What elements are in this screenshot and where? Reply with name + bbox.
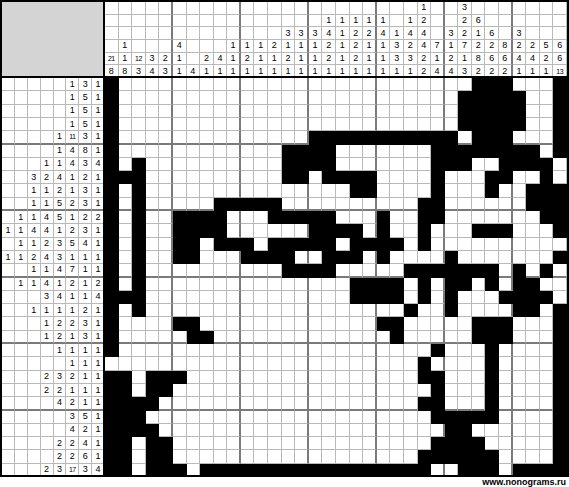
grid-cell[interactable] xyxy=(513,304,527,317)
grid-cell[interactable] xyxy=(119,158,133,171)
grid-cell[interactable] xyxy=(336,238,350,251)
grid-cell[interactable] xyxy=(322,278,336,291)
grid-cell[interactable] xyxy=(132,91,146,104)
col-clue-cell[interactable] xyxy=(159,2,173,15)
col-clue-cell[interactable]: 3 xyxy=(309,27,323,40)
row-clue-cell[interactable]: 5 xyxy=(79,118,92,131)
row-clue-cell[interactable]: 2 xyxy=(66,198,79,211)
grid-cell[interactable] xyxy=(119,437,133,450)
grid-cell[interactable] xyxy=(458,304,472,317)
grid-cell[interactable] xyxy=(499,118,513,131)
row-clue-cell[interactable] xyxy=(28,105,41,118)
row-clue-cell[interactable] xyxy=(2,118,15,131)
grid-cell[interactable] xyxy=(159,371,173,384)
row-clue-cell[interactable] xyxy=(28,291,41,304)
grid-cell[interactable] xyxy=(132,224,146,237)
row-clue-cell[interactable]: 1 xyxy=(28,211,41,224)
col-clue-cell[interactable] xyxy=(187,53,201,66)
grid-cell[interactable] xyxy=(458,384,472,397)
col-clue-cell[interactable] xyxy=(227,15,241,28)
grid-cell[interactable] xyxy=(241,331,255,344)
grid-cell[interactable] xyxy=(241,105,255,118)
grid-cell[interactable] xyxy=(513,371,527,384)
grid-cell[interactable] xyxy=(458,264,472,277)
grid-cell[interactable] xyxy=(227,371,241,384)
grid-cell[interactable] xyxy=(540,198,554,211)
col-clue-cell[interactable] xyxy=(363,2,377,15)
grid-cell[interactable] xyxy=(472,384,486,397)
grid-cell[interactable] xyxy=(254,450,268,463)
grid-cell[interactable] xyxy=(472,131,486,144)
grid-cell[interactable] xyxy=(445,291,459,304)
grid-cell[interactable] xyxy=(254,131,268,144)
grid-cell[interactable] xyxy=(254,397,268,410)
col-clue-cell[interactable]: 3 xyxy=(295,27,309,40)
row-clue-cell[interactable] xyxy=(2,158,15,171)
grid-cell[interactable] xyxy=(485,411,499,424)
grid-cell[interactable] xyxy=(472,238,486,251)
grid-cell[interactable] xyxy=(418,384,432,397)
row-clue-cell[interactable]: 3 xyxy=(66,411,79,424)
col-clue-cell[interactable]: 1 xyxy=(282,40,296,53)
grid-cell[interactable] xyxy=(119,224,133,237)
grid-cell[interactable] xyxy=(336,198,350,211)
col-clue-cell[interactable]: 2 xyxy=(445,53,459,66)
grid-cell[interactable] xyxy=(254,304,268,317)
row-clue-cell[interactable] xyxy=(15,411,28,424)
grid-cell[interactable] xyxy=(173,198,187,211)
grid-cell[interactable] xyxy=(227,224,241,237)
grid-cell[interactable] xyxy=(173,411,187,424)
col-clue-cell[interactable]: 1 xyxy=(363,40,377,53)
row-clue-cell[interactable] xyxy=(54,357,67,370)
grid-cell[interactable] xyxy=(159,397,173,410)
grid-cell[interactable] xyxy=(146,131,160,144)
grid-cell[interactable] xyxy=(336,344,350,357)
col-clue-cell[interactable]: 6 xyxy=(485,53,499,66)
grid-cell[interactable] xyxy=(146,118,160,131)
grid-cell[interactable] xyxy=(445,224,459,237)
grid-cell[interactable] xyxy=(268,424,282,437)
grid-cell[interactable] xyxy=(526,371,540,384)
grid-cell[interactable] xyxy=(472,344,486,357)
col-clue-cell[interactable]: 1 xyxy=(377,15,391,28)
grid-cell[interactable] xyxy=(227,118,241,131)
grid-cell[interactable] xyxy=(322,291,336,304)
col-clue-cell[interactable]: 3 xyxy=(390,40,404,53)
grid-cell[interactable] xyxy=(431,91,445,104)
grid-cell[interactable] xyxy=(119,78,133,91)
col-clue-cell[interactable] xyxy=(187,27,201,40)
grid-cell[interactable] xyxy=(418,211,432,224)
grid-cell[interactable] xyxy=(336,397,350,410)
grid-cell[interactable] xyxy=(187,145,201,158)
grid-cell[interactable] xyxy=(390,251,404,264)
grid-cell[interactable] xyxy=(254,411,268,424)
grid-cell[interactable] xyxy=(146,411,160,424)
grid-cell[interactable] xyxy=(418,291,432,304)
grid-cell[interactable] xyxy=(513,131,527,144)
grid-cell[interactable] xyxy=(526,238,540,251)
grid-cell[interactable] xyxy=(363,357,377,370)
grid-cell[interactable] xyxy=(418,304,432,317)
grid-cell[interactable] xyxy=(173,344,187,357)
grid-cell[interactable] xyxy=(513,238,527,251)
grid-cell[interactable] xyxy=(377,384,391,397)
grid-cell[interactable] xyxy=(309,238,323,251)
grid-cell[interactable] xyxy=(268,131,282,144)
grid-cell[interactable] xyxy=(132,198,146,211)
row-clue-cell[interactable]: 4 xyxy=(41,224,54,237)
col-clue-cell[interactable]: 2 xyxy=(363,27,377,40)
grid-cell[interactable] xyxy=(418,424,432,437)
grid-cell[interactable] xyxy=(254,118,268,131)
row-clue-cell[interactable]: 2 xyxy=(28,251,41,264)
row-clue-cell[interactable] xyxy=(41,145,54,158)
grid-cell[interactable] xyxy=(322,158,336,171)
row-clue-cell[interactable]: 1 xyxy=(41,198,54,211)
row-clue-cell[interactable] xyxy=(15,357,28,370)
row-clue-cell[interactable]: 1 xyxy=(54,278,67,291)
grid-cell[interactable] xyxy=(526,171,540,184)
grid-cell[interactable] xyxy=(254,211,268,224)
grid-cell[interactable] xyxy=(513,450,527,463)
grid-cell[interactable] xyxy=(282,357,296,370)
grid-cell[interactable] xyxy=(363,224,377,237)
grid-cell[interactable] xyxy=(227,131,241,144)
col-clue-cell[interactable] xyxy=(282,15,296,28)
grid-cell[interactable] xyxy=(458,344,472,357)
grid-cell[interactable] xyxy=(132,238,146,251)
row-clue-cell[interactable]: 1 xyxy=(66,105,79,118)
grid-cell[interactable] xyxy=(336,384,350,397)
grid-cell[interactable] xyxy=(336,291,350,304)
grid-cell[interactable] xyxy=(526,357,540,370)
col-clue-cell[interactable] xyxy=(227,2,241,15)
grid-cell[interactable] xyxy=(350,291,364,304)
grid-cell[interactable] xyxy=(336,145,350,158)
grid-cell[interactable] xyxy=(445,251,459,264)
grid-cell[interactable] xyxy=(472,291,486,304)
grid-cell[interactable] xyxy=(418,184,432,197)
grid-cell[interactable] xyxy=(214,331,228,344)
grid-cell[interactable] xyxy=(214,397,228,410)
grid-cell[interactable] xyxy=(431,450,445,463)
grid-cell[interactable] xyxy=(214,304,228,317)
grid-cell[interactable] xyxy=(390,317,404,330)
grid-cell[interactable] xyxy=(132,278,146,291)
grid-cell[interactable] xyxy=(445,317,459,330)
grid-cell[interactable] xyxy=(485,105,499,118)
grid-cell[interactable] xyxy=(105,291,119,304)
grid-cell[interactable] xyxy=(254,184,268,197)
row-clue-cell[interactable]: 2 xyxy=(41,238,54,251)
grid-cell[interactable] xyxy=(295,211,309,224)
grid-cell[interactable] xyxy=(404,158,418,171)
grid-cell[interactable] xyxy=(540,437,554,450)
grid-cell[interactable] xyxy=(119,317,133,330)
grid-cell[interactable] xyxy=(214,371,228,384)
grid-cell[interactable] xyxy=(431,331,445,344)
grid-cell[interactable] xyxy=(431,437,445,450)
grid-cell[interactable] xyxy=(295,224,309,237)
grid-cell[interactable] xyxy=(485,198,499,211)
grid-cell[interactable] xyxy=(404,198,418,211)
grid-cell[interactable] xyxy=(377,424,391,437)
grid-cell[interactable] xyxy=(159,78,173,91)
row-clue-cell[interactable] xyxy=(28,145,41,158)
col-clue-cell[interactable] xyxy=(268,27,282,40)
grid-cell[interactable] xyxy=(146,91,160,104)
grid-cell[interactable] xyxy=(309,105,323,118)
col-clue-cell[interactable] xyxy=(499,15,513,28)
col-clue-cell[interactable]: 1 xyxy=(377,53,391,66)
grid-cell[interactable] xyxy=(363,304,377,317)
grid-cell[interactable] xyxy=(540,278,554,291)
grid-cell[interactable] xyxy=(119,397,133,410)
grid-cell[interactable] xyxy=(322,198,336,211)
grid-cell[interactable] xyxy=(173,131,187,144)
grid-cell[interactable] xyxy=(241,131,255,144)
grid-cell[interactable] xyxy=(363,158,377,171)
col-clue-cell[interactable] xyxy=(146,40,160,53)
grid-cell[interactable] xyxy=(418,317,432,330)
grid-cell[interactable] xyxy=(553,291,567,304)
row-clue-cell[interactable]: 5 xyxy=(54,211,67,224)
grid-cell[interactable] xyxy=(241,211,255,224)
row-clue-cell[interactable] xyxy=(28,371,41,384)
grid-cell[interactable] xyxy=(159,331,173,344)
grid-cell[interactable] xyxy=(431,118,445,131)
grid-cell[interactable] xyxy=(200,397,214,410)
grid-cell[interactable] xyxy=(513,437,527,450)
grid-cell[interactable] xyxy=(295,78,309,91)
grid-cell[interactable] xyxy=(200,224,214,237)
grid-cell[interactable] xyxy=(227,344,241,357)
row-clue-cell[interactable] xyxy=(41,78,54,91)
grid-cell[interactable] xyxy=(377,291,391,304)
grid-cell[interactable] xyxy=(540,411,554,424)
grid-cell[interactable] xyxy=(268,251,282,264)
grid-cell[interactable] xyxy=(431,198,445,211)
col-clue-cell[interactable]: 2 xyxy=(526,40,540,53)
grid-cell[interactable] xyxy=(105,184,119,197)
grid-cell[interactable] xyxy=(322,384,336,397)
grid-cell[interactable] xyxy=(431,397,445,410)
grid-cell[interactable] xyxy=(485,424,499,437)
col-clue-cell[interactable]: 2 xyxy=(322,53,336,66)
grid-cell[interactable] xyxy=(119,384,133,397)
col-clue-cell[interactable] xyxy=(390,2,404,15)
grid-cell[interactable] xyxy=(336,264,350,277)
grid-cell[interactable] xyxy=(227,331,241,344)
grid-cell[interactable] xyxy=(254,331,268,344)
row-clue-cell[interactable] xyxy=(41,411,54,424)
grid-cell[interactable] xyxy=(227,317,241,330)
grid-cell[interactable] xyxy=(431,371,445,384)
grid-cell[interactable] xyxy=(322,317,336,330)
grid-cell[interactable] xyxy=(377,224,391,237)
col-clue-cell[interactable]: 1 xyxy=(254,53,268,66)
grid-cell[interactable] xyxy=(282,344,296,357)
row-clue-cell[interactable] xyxy=(2,131,15,144)
grid-cell[interactable] xyxy=(200,145,214,158)
grid-cell[interactable] xyxy=(254,251,268,264)
row-clue-cell[interactable] xyxy=(41,437,54,450)
grid-cell[interactable] xyxy=(513,91,527,104)
grid-cell[interactable] xyxy=(404,278,418,291)
grid-cell[interactable] xyxy=(390,437,404,450)
row-clue-cell[interactable] xyxy=(15,264,28,277)
col-clue-cell[interactable] xyxy=(187,2,201,15)
grid-cell[interactable] xyxy=(458,371,472,384)
row-clue-cell[interactable]: 3 xyxy=(79,78,92,91)
row-clue-cell[interactable]: 1 xyxy=(54,131,67,144)
grid-cell[interactable] xyxy=(268,331,282,344)
grid-cell[interactable] xyxy=(472,357,486,370)
grid-cell[interactable] xyxy=(540,105,554,118)
grid-cell[interactable] xyxy=(200,437,214,450)
grid-cell[interactable] xyxy=(322,131,336,144)
grid-cell[interactable] xyxy=(350,384,364,397)
grid-cell[interactable] xyxy=(363,424,377,437)
grid-cell[interactable] xyxy=(187,371,201,384)
grid-cell[interactable] xyxy=(485,357,499,370)
grid-cell[interactable] xyxy=(268,397,282,410)
grid-cell[interactable] xyxy=(458,184,472,197)
grid-cell[interactable] xyxy=(119,331,133,344)
grid-cell[interactable] xyxy=(214,158,228,171)
row-clue-cell[interactable] xyxy=(15,131,28,144)
grid-cell[interactable] xyxy=(159,224,173,237)
grid-cell[interactable] xyxy=(268,78,282,91)
grid-cell[interactable] xyxy=(553,357,567,370)
grid-cell[interactable] xyxy=(363,331,377,344)
row-clue-cell[interactable]: 2 xyxy=(66,224,79,237)
grid-cell[interactable] xyxy=(390,131,404,144)
grid-cell[interactable] xyxy=(309,397,323,410)
grid-cell[interactable] xyxy=(146,198,160,211)
grid-cell[interactable] xyxy=(159,344,173,357)
grid-cell[interactable] xyxy=(350,91,364,104)
grid-cell[interactable] xyxy=(159,251,173,264)
grid-cell[interactable] xyxy=(513,78,527,91)
row-clue-cell[interactable]: 4 xyxy=(41,211,54,224)
grid-cell[interactable] xyxy=(282,211,296,224)
grid-cell[interactable] xyxy=(513,317,527,330)
col-clue-cell[interactable]: 2 xyxy=(350,27,364,40)
grid-cell[interactable] xyxy=(214,450,228,463)
grid-cell[interactable] xyxy=(254,357,268,370)
grid-cell[interactable] xyxy=(322,264,336,277)
grid-cell[interactable] xyxy=(526,251,540,264)
col-clue-cell[interactable]: 1 xyxy=(336,53,350,66)
grid-cell[interactable] xyxy=(295,198,309,211)
row-clue-cell[interactable] xyxy=(28,411,41,424)
grid-cell[interactable] xyxy=(173,291,187,304)
col-clue-cell[interactable]: 1 xyxy=(404,15,418,28)
row-clue-cell[interactable] xyxy=(15,331,28,344)
grid-cell[interactable] xyxy=(404,224,418,237)
grid-cell[interactable] xyxy=(390,184,404,197)
grid-cell[interactable] xyxy=(540,78,554,91)
grid-cell[interactable] xyxy=(540,145,554,158)
row-clue-cell[interactable] xyxy=(28,118,41,131)
grid-cell[interactable] xyxy=(322,331,336,344)
row-clue-cell[interactable]: 1 xyxy=(15,211,28,224)
col-clue-cell[interactable]: 2 xyxy=(513,40,527,53)
grid-cell[interactable] xyxy=(553,158,567,171)
row-clue-cell[interactable]: 1 xyxy=(15,238,28,251)
grid-cell[interactable] xyxy=(227,105,241,118)
grid-cell[interactable] xyxy=(105,304,119,317)
row-clue-cell[interactable] xyxy=(28,437,41,450)
row-clue-cell[interactable] xyxy=(28,331,41,344)
grid-cell[interactable] xyxy=(526,145,540,158)
grid-cell[interactable] xyxy=(526,91,540,104)
grid-cell[interactable] xyxy=(445,145,459,158)
row-clue-cell[interactable]: 2 xyxy=(54,317,67,330)
row-clue-cell[interactable]: 1 xyxy=(79,264,92,277)
grid-cell[interactable] xyxy=(187,131,201,144)
grid-cell[interactable] xyxy=(173,184,187,197)
grid-cell[interactable] xyxy=(472,450,486,463)
grid-cell[interactable] xyxy=(159,158,173,171)
grid-cell[interactable] xyxy=(553,304,567,317)
grid-cell[interactable] xyxy=(146,331,160,344)
grid-cell[interactable] xyxy=(146,357,160,370)
row-clue-cell[interactable]: 3 xyxy=(79,331,92,344)
grid-cell[interactable] xyxy=(431,384,445,397)
col-clue-cell[interactable]: 2 xyxy=(159,53,173,66)
grid-cell[interactable] xyxy=(132,145,146,158)
row-clue-cell[interactable]: 1 xyxy=(28,264,41,277)
col-clue-cell[interactable]: 1 xyxy=(173,53,187,66)
grid-cell[interactable] xyxy=(214,424,228,437)
row-clue-cell[interactable]: 1 xyxy=(79,397,92,410)
grid-cell[interactable] xyxy=(540,211,554,224)
grid-cell[interactable] xyxy=(200,411,214,424)
grid-cell[interactable] xyxy=(322,437,336,450)
grid-cell[interactable] xyxy=(485,437,499,450)
grid-cell[interactable] xyxy=(499,78,513,91)
grid-cell[interactable] xyxy=(513,344,527,357)
grid-cell[interactable] xyxy=(309,411,323,424)
grid-cell[interactable] xyxy=(458,291,472,304)
row-clue-cell[interactable] xyxy=(15,450,28,463)
row-clue-cell[interactable]: 2 xyxy=(66,450,79,463)
grid-cell[interactable] xyxy=(390,424,404,437)
grid-cell[interactable] xyxy=(227,238,241,251)
grid-cell[interactable] xyxy=(526,224,540,237)
col-clue-cell[interactable] xyxy=(173,15,187,28)
col-clue-cell[interactable]: 6 xyxy=(485,27,499,40)
grid-cell[interactable] xyxy=(485,450,499,463)
grid-cell[interactable] xyxy=(404,411,418,424)
grid-cell[interactable] xyxy=(187,78,201,91)
grid-cell[interactable] xyxy=(350,78,364,91)
row-clue-cell[interactable] xyxy=(41,91,54,104)
grid-cell[interactable] xyxy=(187,411,201,424)
grid-cell[interactable] xyxy=(472,397,486,410)
col-clue-cell[interactable]: 7 xyxy=(458,40,472,53)
grid-cell[interactable] xyxy=(187,184,201,197)
grid-cell[interactable] xyxy=(187,211,201,224)
grid-cell[interactable] xyxy=(363,171,377,184)
grid-cell[interactable] xyxy=(540,118,554,131)
grid-cell[interactable] xyxy=(458,198,472,211)
col-clue-cell[interactable] xyxy=(200,40,214,53)
